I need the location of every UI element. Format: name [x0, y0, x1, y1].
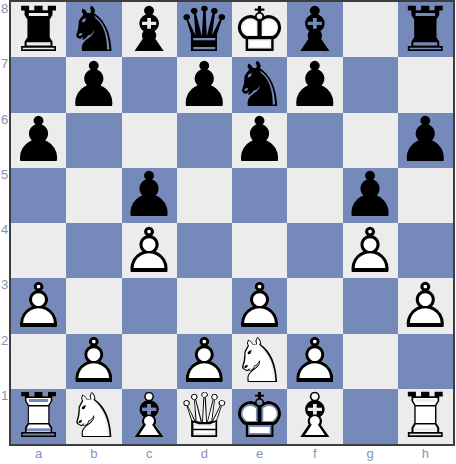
piece-outline-glyph: ♙	[343, 223, 398, 278]
piece-white-rook[interactable]: ♜♖	[11, 389, 66, 444]
file-labels: abcdefgh	[11, 446, 453, 464]
square-a3[interactable]: ♟♙	[11, 278, 66, 333]
square-a1[interactable]: ♜♖	[11, 389, 66, 444]
board-frame: ♜♞♝♛♚♔♝♜♟♟♞♟♟♟♟♟♟♟♙♟♙♟♙♟♙♟♙♟♙♟♙♞♘♟♙♜♖♞♘♝…	[9, 0, 455, 446]
piece-outline-glyph: ♕	[177, 389, 232, 444]
square-d6[interactable]	[177, 113, 232, 168]
piece-fill-glyph: ♟	[177, 57, 232, 112]
rank-label-7: 7	[0, 57, 9, 112]
square-h1[interactable]: ♜♖	[398, 389, 453, 444]
piece-white-pawn[interactable]: ♟♙	[11, 278, 66, 333]
piece-white-pawn[interactable]: ♟♙	[398, 278, 453, 333]
square-e6[interactable]: ♟	[232, 113, 287, 168]
square-g2[interactable]	[343, 334, 398, 389]
piece-outline-glyph: ♙	[122, 223, 177, 278]
square-c3[interactable]	[122, 278, 177, 333]
square-b5[interactable]	[66, 168, 121, 223]
square-h8[interactable]: ♜	[398, 2, 453, 57]
square-d1[interactable]: ♛♕	[177, 389, 232, 444]
piece-outline-glyph: ♖	[11, 389, 66, 444]
piece-black-pawn[interactable]: ♟	[287, 57, 342, 112]
file-label-e: e	[232, 446, 287, 464]
piece-white-bishop[interactable]: ♝♗	[287, 389, 342, 444]
file-label-f: f	[287, 446, 342, 464]
square-f5[interactable]	[287, 168, 342, 223]
piece-black-rook[interactable]: ♜	[398, 2, 453, 57]
piece-fill-glyph: ♟	[232, 113, 287, 168]
file-label-a: a	[11, 446, 66, 464]
square-f1[interactable]: ♝♗	[287, 389, 342, 444]
piece-outline-glyph: ♗	[287, 389, 342, 444]
square-a6[interactable]: ♟	[11, 113, 66, 168]
square-c7[interactable]	[122, 57, 177, 112]
chess-diagram: 87654321 ♜♞♝♛♚♔♝♜♟♟♞♟♟♟♟♟♟♟♙♟♙♟♙♟♙♟♙♟♙♟♙…	[0, 0, 456, 464]
piece-white-bishop[interactable]: ♝♗	[122, 389, 177, 444]
square-f7[interactable]: ♟	[287, 57, 342, 112]
square-f6[interactable]	[287, 113, 342, 168]
piece-fill-glyph: ♝	[122, 2, 177, 57]
square-h6[interactable]: ♟	[398, 113, 453, 168]
piece-black-rook[interactable]: ♜	[11, 2, 66, 57]
square-b6[interactable]	[66, 113, 121, 168]
rank-label-3: 3	[0, 278, 9, 333]
square-g8[interactable]	[343, 2, 398, 57]
piece-white-knight[interactable]: ♞♘	[66, 389, 121, 444]
square-d7[interactable]: ♟	[177, 57, 232, 112]
square-c1[interactable]: ♝♗	[122, 389, 177, 444]
piece-black-pawn[interactable]: ♟	[177, 57, 232, 112]
piece-white-pawn[interactable]: ♟♙	[122, 223, 177, 278]
piece-black-pawn[interactable]: ♟	[232, 113, 287, 168]
square-g4[interactable]: ♟♙	[343, 223, 398, 278]
rank-label-5: 5	[0, 168, 9, 223]
square-d5[interactable]	[177, 168, 232, 223]
rank-label-8: 8	[0, 2, 9, 57]
piece-outline-glyph: ♘	[66, 389, 121, 444]
piece-black-bishop[interactable]: ♝	[122, 2, 177, 57]
file-label-d: d	[177, 446, 232, 464]
piece-outline-glyph: ♙	[11, 278, 66, 333]
square-e1[interactable]: ♚♔	[232, 389, 287, 444]
chess-board: ♜♞♝♛♚♔♝♜♟♟♞♟♟♟♟♟♟♟♙♟♙♟♙♟♙♟♙♟♙♟♙♞♘♟♙♜♖♞♘♝…	[11, 2, 453, 444]
piece-white-rook[interactable]: ♜♖	[398, 389, 453, 444]
file-label-g: g	[343, 446, 398, 464]
square-e5[interactable]	[232, 168, 287, 223]
piece-fill-glyph: ♜	[398, 2, 453, 57]
square-a8[interactable]: ♜	[11, 2, 66, 57]
square-d4[interactable]	[177, 223, 232, 278]
piece-fill-glyph: ♟	[66, 57, 121, 112]
square-f4[interactable]	[287, 223, 342, 278]
rank-label-6: 6	[0, 113, 9, 168]
square-c8[interactable]: ♝	[122, 2, 177, 57]
square-h5[interactable]	[398, 168, 453, 223]
file-label-h: h	[398, 446, 453, 464]
piece-fill-glyph: ♜	[11, 2, 66, 57]
piece-white-king[interactable]: ♚♔	[232, 389, 287, 444]
square-b4[interactable]	[66, 223, 121, 278]
square-g1[interactable]	[343, 389, 398, 444]
rank-label-2: 2	[0, 334, 9, 389]
piece-white-pawn[interactable]: ♟♙	[343, 223, 398, 278]
piece-black-pawn[interactable]: ♟	[11, 113, 66, 168]
square-g3[interactable]	[343, 278, 398, 333]
square-a5[interactable]	[11, 168, 66, 223]
file-label-c: c	[122, 446, 177, 464]
piece-black-pawn[interactable]: ♟	[66, 57, 121, 112]
square-b1[interactable]: ♞♘	[66, 389, 121, 444]
piece-white-queen[interactable]: ♛♕	[177, 389, 232, 444]
piece-outline-glyph: ♗	[122, 389, 177, 444]
piece-fill-glyph: ♟	[287, 57, 342, 112]
piece-black-pawn[interactable]: ♟	[398, 113, 453, 168]
square-c4[interactable]: ♟♙	[122, 223, 177, 278]
piece-fill-glyph: ♟	[11, 113, 66, 168]
file-label-b: b	[66, 446, 121, 464]
rank-label-4: 4	[0, 223, 9, 278]
square-b7[interactable]: ♟	[66, 57, 121, 112]
piece-outline-glyph: ♔	[232, 389, 287, 444]
square-g7[interactable]	[343, 57, 398, 112]
rank-label-1: 1	[0, 389, 9, 444]
rank-labels: 87654321	[0, 2, 9, 444]
piece-outline-glyph: ♙	[398, 278, 453, 333]
piece-outline-glyph: ♖	[398, 389, 453, 444]
piece-fill-glyph: ♟	[398, 113, 453, 168]
square-h3[interactable]: ♟♙	[398, 278, 453, 333]
